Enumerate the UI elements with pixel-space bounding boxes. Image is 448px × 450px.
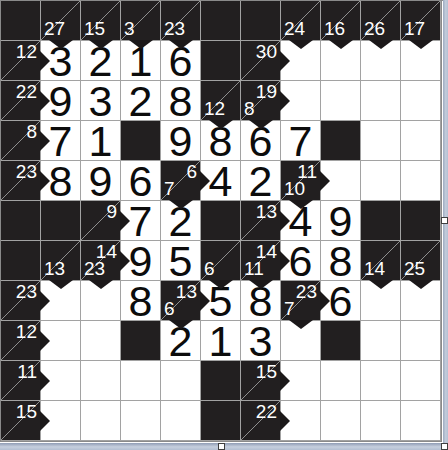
down-arrow-icon <box>249 120 273 129</box>
across-clue: 8 <box>26 121 37 142</box>
answer-cell-r7c3[interactable]: 8 <box>121 281 161 321</box>
answer-digit: 1 <box>201 321 240 360</box>
answer-digit: 5 <box>161 241 200 280</box>
down-clue: 6 <box>164 298 175 319</box>
clue-cell-r4c7: 1110 <box>281 161 321 201</box>
clue-cell-r4c4: 67 <box>161 161 201 201</box>
answer-cell-r10c2[interactable] <box>81 401 121 441</box>
across-arrow-icon <box>200 291 210 311</box>
across-clue: 23 <box>296 281 317 302</box>
down-arrow-icon <box>209 120 233 129</box>
clue-cell-r0c10: 17 <box>401 1 441 41</box>
down-clue: 10 <box>284 178 305 199</box>
clue-cell-r0c8: 16 <box>321 1 361 41</box>
answer-digit: 8 <box>161 81 200 120</box>
clue-cell-r1c0: 12 <box>1 41 41 81</box>
kakuro-board: 2715323241626171232163022932812198871986… <box>0 0 442 442</box>
across-arrow-icon <box>40 291 50 311</box>
down-arrow-icon <box>169 200 193 209</box>
black-cell-r0c6 <box>241 1 281 41</box>
clue-cell-r5c6: 13 <box>241 201 281 241</box>
across-clue: 22 <box>256 401 277 422</box>
across-arrow-icon <box>320 171 330 191</box>
down-clue: 23 <box>84 258 105 279</box>
clue-cell-r2c6: 198 <box>241 81 281 121</box>
down-arrow-icon <box>169 40 193 49</box>
answer-cell-r3c9[interactable] <box>361 121 401 161</box>
down-arrow-icon <box>49 40 73 49</box>
down-arrow-icon <box>89 40 113 49</box>
black-cell-r8c3 <box>121 321 161 361</box>
vertical-scrollbar[interactable] <box>443 0 448 450</box>
answer-digit: 9 <box>321 201 360 240</box>
answer-digit: 2 <box>121 81 160 120</box>
down-arrow-icon <box>369 40 393 49</box>
down-clue: 17 <box>404 18 425 39</box>
across-clue: 9 <box>106 201 117 222</box>
down-arrow-icon <box>409 280 433 289</box>
answer-cell-r10c9[interactable] <box>361 401 401 441</box>
answer-digit: 9 <box>161 121 200 160</box>
clue-cell-r0c3: 3 <box>121 1 161 41</box>
answer-cell-r9c9[interactable] <box>361 361 401 401</box>
across-arrow-icon <box>40 51 50 71</box>
clue-cell-r9c0: 11 <box>1 361 41 401</box>
answer-cell-r4c6[interactable]: 2 <box>241 161 281 201</box>
across-clue: 19 <box>256 81 277 102</box>
down-clue: 23 <box>164 18 185 39</box>
clue-cell-r8c0: 12 <box>1 321 41 361</box>
across-arrow-icon <box>120 211 130 231</box>
selection-handle-corner[interactable] <box>441 443 448 450</box>
across-arrow-icon <box>120 251 130 271</box>
across-clue: 15 <box>256 361 277 382</box>
clue-cell-r7c4: 136 <box>161 281 201 321</box>
black-cell-r5c9 <box>361 201 401 241</box>
app-viewport: 2715323241626171232163022932812198871986… <box>0 0 448 450</box>
clue-cell-r5c2: 9 <box>81 201 121 241</box>
answer-digit: 7 <box>281 121 320 160</box>
answer-cell-r4c10[interactable] <box>401 161 441 201</box>
clue-cell-r6c2: 1423 <box>81 241 121 281</box>
answer-cell-r2c4[interactable]: 8 <box>161 81 201 121</box>
down-arrow-icon <box>409 40 433 49</box>
black-cell-r0c5 <box>201 1 241 41</box>
down-clue: 16 <box>324 18 345 39</box>
down-arrow-icon <box>49 280 73 289</box>
black-cell-r3c3 <box>121 121 161 161</box>
clue-cell-r1c6: 30 <box>241 41 281 81</box>
down-clue: 12 <box>204 98 225 119</box>
answer-cell-r8c5[interactable]: 1 <box>201 321 241 361</box>
answer-digit: 3 <box>241 321 280 360</box>
black-cell-r5c1 <box>41 201 81 241</box>
clue-cell-r6c10: 25 <box>401 241 441 281</box>
answer-digit: 1 <box>81 121 120 160</box>
clue-cell-r6c5: 6 <box>201 241 241 281</box>
down-clue: 14 <box>364 258 385 279</box>
answer-cell-r2c3[interactable]: 2 <box>121 81 161 121</box>
answer-cell-r3c2[interactable]: 1 <box>81 121 121 161</box>
down-clue: 13 <box>44 258 65 279</box>
answer-cell-r6c8[interactable]: 8 <box>321 241 361 281</box>
black-cell-r0c0 <box>1 1 41 41</box>
answer-cell-r2c10[interactable] <box>401 81 441 121</box>
down-arrow-icon <box>289 200 313 209</box>
across-arrow-icon <box>40 91 50 111</box>
answer-digit: 8 <box>321 241 360 280</box>
down-clue: 26 <box>364 18 385 39</box>
down-arrow-icon <box>249 280 273 289</box>
down-clue: 6 <box>204 258 215 279</box>
selection-handle-right[interactable] <box>441 217 448 224</box>
black-cell-r1c5 <box>201 41 241 81</box>
clue-cell-r0c1: 27 <box>41 1 81 41</box>
down-clue: 8 <box>244 98 255 119</box>
across-clue: 23 <box>16 281 37 302</box>
answer-cell-r8c10[interactable] <box>401 321 441 361</box>
answer-cell-r9c3[interactable] <box>121 361 161 401</box>
across-clue: 23 <box>16 161 37 182</box>
answer-cell-r9c2[interactable] <box>81 361 121 401</box>
answer-digit: 9 <box>81 161 120 200</box>
black-cell-r5c0 <box>1 201 41 241</box>
across-clue: 15 <box>16 401 37 422</box>
across-arrow-icon <box>280 51 290 71</box>
clue-cell-r6c1: 13 <box>41 241 81 281</box>
across-arrow-icon <box>40 411 50 431</box>
answer-cell-r3c10[interactable] <box>401 121 441 161</box>
black-cell-r10c5 <box>201 401 241 441</box>
down-arrow-icon <box>289 320 313 329</box>
across-arrow-icon <box>40 371 50 391</box>
clue-cell-r0c4: 23 <box>161 1 201 41</box>
across-arrow-icon <box>280 211 290 231</box>
answer-cell-r10c8[interactable] <box>321 401 361 441</box>
answer-cell-r10c4[interactable] <box>161 401 201 441</box>
down-arrow-icon <box>209 280 233 289</box>
black-cell-r3c8 <box>321 121 361 161</box>
clue-cell-r4c0: 23 <box>1 161 41 201</box>
across-arrow-icon <box>40 171 50 191</box>
across-clue: 13 <box>176 281 197 302</box>
clue-cell-r6c6: 1411 <box>241 241 281 281</box>
across-arrow-icon <box>200 171 210 191</box>
black-cell-r6c0 <box>1 241 41 281</box>
answer-digit: 6 <box>121 161 160 200</box>
clue-cell-r2c5: 12 <box>201 81 241 121</box>
down-arrow-icon <box>129 40 153 49</box>
answer-cell-r9c10[interactable] <box>401 361 441 401</box>
answer-digit: 3 <box>81 81 120 120</box>
answer-cell-r10c3[interactable] <box>121 401 161 441</box>
across-clue: 13 <box>256 201 277 222</box>
black-cell-r5c5 <box>201 201 241 241</box>
answer-cell-r2c9[interactable] <box>361 81 401 121</box>
down-arrow-icon <box>89 280 113 289</box>
across-clue: 30 <box>256 41 277 62</box>
down-clue: 7 <box>164 178 175 199</box>
down-arrow-icon <box>369 280 393 289</box>
down-clue: 24 <box>284 18 305 39</box>
answer-cell-r2c8[interactable] <box>321 81 361 121</box>
clue-cell-r10c6: 22 <box>241 401 281 441</box>
answer-cell-r9c4[interactable] <box>161 361 201 401</box>
answer-cell-r3c7[interactable]: 7 <box>281 121 321 161</box>
clue-cell-r2c0: 22 <box>1 81 41 121</box>
answer-cell-r8c2[interactable] <box>81 321 121 361</box>
answer-cell-r2c2[interactable]: 3 <box>81 81 121 121</box>
answer-cell-r4c9[interactable] <box>361 161 401 201</box>
answer-digit: 2 <box>241 161 280 200</box>
answer-cell-r8c6[interactable]: 3 <box>241 321 281 361</box>
down-arrow-icon <box>289 40 313 49</box>
across-clue: 12 <box>16 41 37 62</box>
clue-cell-r7c0: 23 <box>1 281 41 321</box>
answer-cell-r6c4[interactable]: 5 <box>161 241 201 281</box>
answer-cell-r9c8[interactable] <box>321 361 361 401</box>
across-clue: 22 <box>16 81 37 102</box>
down-arrow-icon <box>329 40 353 49</box>
clue-cell-r6c9: 14 <box>361 241 401 281</box>
down-clue: 3 <box>124 18 135 39</box>
answer-cell-r3c4[interactable]: 9 <box>161 121 201 161</box>
across-clue: 11 <box>17 361 37 382</box>
clue-cell-r0c2: 15 <box>81 1 121 41</box>
across-arrow-icon <box>280 371 290 391</box>
selection-handle-bottom[interactable] <box>218 443 225 450</box>
across-clue: 12 <box>16 321 37 342</box>
across-arrow-icon <box>280 411 290 431</box>
across-arrow-icon <box>40 131 50 151</box>
answer-cell-r5c8[interactable]: 9 <box>321 201 361 241</box>
answer-cell-r8c9[interactable] <box>361 321 401 361</box>
black-cell-r5c10 <box>401 201 441 241</box>
across-arrow-icon <box>280 91 290 111</box>
answer-cell-r4c3[interactable]: 6 <box>121 161 161 201</box>
across-arrow-icon <box>280 251 290 271</box>
down-clue: 11 <box>244 258 264 279</box>
black-cell-r9c5 <box>201 361 241 401</box>
answer-digit: 8 <box>121 281 160 320</box>
across-arrow-icon <box>40 331 50 351</box>
across-arrow-icon <box>320 291 330 311</box>
across-clue: 6 <box>186 161 197 182</box>
clue-cell-r0c9: 26 <box>361 1 401 41</box>
down-arrow-icon <box>169 320 193 329</box>
clue-cell-r0c7: 24 <box>281 1 321 41</box>
black-cell-r8c8 <box>321 321 361 361</box>
answer-cell-r10c10[interactable] <box>401 401 441 441</box>
clue-cell-r7c7: 237 <box>281 281 321 321</box>
clue-cell-r10c0: 15 <box>1 401 41 441</box>
down-clue: 7 <box>284 298 295 319</box>
down-clue: 25 <box>404 258 425 279</box>
clue-cell-r9c6: 15 <box>241 361 281 401</box>
clue-cell-r3c0: 8 <box>1 121 41 161</box>
down-clue: 15 <box>84 18 105 39</box>
down-clue: 27 <box>44 18 65 39</box>
answer-cell-r4c2[interactable]: 9 <box>81 161 121 201</box>
